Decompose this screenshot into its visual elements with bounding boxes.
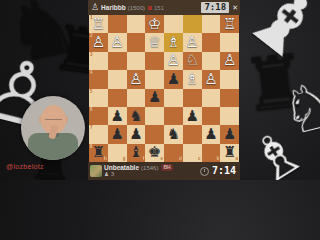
piece-white-pawn: ♙	[185, 35, 198, 50]
square-e4[interactable]	[145, 70, 164, 88]
piece-black-rook: ♜	[92, 145, 105, 160]
piece-black-pawn: ♟	[148, 90, 161, 105]
piece-black-pawn: ♟	[110, 108, 123, 123]
square-a5[interactable]	[220, 89, 239, 107]
piece-black-knight: ♞	[167, 126, 180, 141]
file-label-f: f	[143, 157, 145, 162]
top-player-bar: ♙ Haribbb (1500) 151 7:18 ✕	[88, 0, 240, 15]
square-e2[interactable]: ♕	[145, 33, 164, 51]
piece-white-pawn: ♙	[223, 53, 236, 68]
top-player-extra: 151	[154, 5, 164, 11]
piece-white-bishop: ♗	[185, 71, 198, 86]
square-a7[interactable]: ♟	[220, 125, 239, 143]
bottom-player-name: Unbeatable	[104, 164, 139, 171]
rank-label-4: 4	[90, 71, 93, 76]
square-c4[interactable]: ♗	[183, 70, 202, 88]
piece-white-pawn: ♙	[129, 71, 142, 86]
material-advantage: ♟ 3	[104, 172, 114, 178]
square-f1[interactable]	[127, 15, 146, 33]
piece-black-king: ♚	[148, 145, 161, 160]
square-b8[interactable]: b	[202, 144, 221, 162]
square-g3[interactable]	[108, 52, 127, 70]
square-a2[interactable]	[220, 33, 239, 51]
rank-label-7: 7	[90, 126, 93, 131]
square-g8[interactable]: g	[108, 144, 127, 162]
square-e6[interactable]	[145, 107, 164, 125]
file-label-g: g	[123, 157, 126, 162]
square-b2[interactable]	[202, 33, 221, 51]
top-player-clock: 7:18	[201, 2, 229, 13]
square-e5[interactable]: ♟	[145, 89, 164, 107]
webcam-glasses	[45, 116, 62, 120]
white-piece-icon: ♙	[91, 3, 99, 12]
square-b4[interactable]: ♙	[202, 70, 221, 88]
avatar	[90, 165, 102, 177]
piece-white-rook: ♖	[92, 16, 105, 31]
square-h8[interactable]: 8h♜	[89, 144, 108, 162]
piece-black-bishop: ♝	[129, 145, 142, 160]
square-g1[interactable]	[108, 15, 127, 33]
square-d3[interactable]: ♙	[164, 52, 183, 70]
piece-white-pawn: ♙	[204, 71, 217, 86]
square-c7[interactable]	[183, 125, 202, 143]
square-c5[interactable]	[183, 89, 202, 107]
square-d2[interactable]: ♗	[164, 33, 183, 51]
top-player-name: Haribbb	[101, 4, 126, 11]
rank-label-5: 5	[90, 90, 93, 95]
piece-white-pawn: ♙	[110, 35, 123, 50]
piece-black-knight: ♞	[129, 108, 142, 123]
piece-white-pawn: ♙	[167, 53, 180, 68]
square-c1[interactable]	[183, 15, 202, 33]
square-h5[interactable]: 5	[89, 89, 108, 107]
top-player-rating: (1500)	[128, 5, 145, 11]
square-d8[interactable]: d	[164, 144, 183, 162]
piece-white-queen: ♕	[148, 35, 161, 50]
piece-black-pawn: ♟	[204, 126, 217, 141]
piece-white-king: ♔	[148, 16, 161, 31]
square-d6[interactable]	[164, 107, 183, 125]
file-label-c: c	[198, 157, 201, 162]
square-f6[interactable]: ♞	[127, 107, 146, 125]
square-d4[interactable]: ♟	[164, 70, 183, 88]
bottom-player-bar: Unbeatable (1546) BH ♟ 3 7:14	[88, 162, 240, 180]
square-b5[interactable]	[202, 89, 221, 107]
square-a1[interactable]: ♖	[220, 15, 239, 33]
stream-watermark: @lozbelotz	[6, 163, 44, 170]
square-b6[interactable]	[202, 107, 221, 125]
piece-black-pawn: ♟	[110, 126, 123, 141]
piece-white-knight: ♘	[185, 53, 198, 68]
player-badge: BH	[161, 164, 172, 171]
board: 1♖♔♖2♙♙♕♗♙3♙♘♙4♙♟♗♙5♟6♟♞♟7♟♟♞♟♟8h♜gf♝e♚d…	[89, 15, 239, 162]
square-a4[interactable]	[220, 70, 239, 88]
square-g2[interactable]: ♙	[108, 33, 127, 51]
piece-black-rook: ♜	[223, 145, 236, 160]
square-e1[interactable]: ♔	[145, 15, 164, 33]
square-e3[interactable]	[145, 52, 164, 70]
square-h2[interactable]: 2♙	[89, 33, 108, 51]
square-a6[interactable]	[220, 107, 239, 125]
square-f4[interactable]: ♙	[127, 70, 146, 88]
square-h6[interactable]: 6	[89, 107, 108, 125]
square-b1[interactable]	[202, 15, 221, 33]
square-f3[interactable]	[127, 52, 146, 70]
clock-icon	[200, 167, 209, 176]
close-icon[interactable]: ✕	[232, 4, 238, 11]
square-c6[interactable]: ♟	[183, 107, 202, 125]
piece-black-pawn: ♟	[167, 71, 180, 86]
square-c3[interactable]: ♘	[183, 52, 202, 70]
square-g6[interactable]: ♟	[108, 107, 127, 125]
square-h3[interactable]: 3	[89, 52, 108, 70]
square-b3[interactable]	[202, 52, 221, 70]
piece-white-pawn: ♙	[92, 35, 105, 50]
square-h7[interactable]: 7	[89, 125, 108, 143]
bottom-player-rating: (1546)	[141, 165, 158, 171]
square-c2[interactable]: ♙	[183, 33, 202, 51]
square-f2[interactable]	[127, 33, 146, 51]
square-c8[interactable]: c	[183, 144, 202, 162]
square-f5[interactable]	[127, 89, 146, 107]
flag-icon	[148, 6, 152, 10]
chess-panel: ♙ Haribbb (1500) 151 7:18 ✕ 1♖♔♖2♙♙♕♗♙3♙…	[88, 0, 240, 180]
piece-black-pawn: ♟	[129, 126, 142, 141]
square-e8[interactable]: e♚	[145, 144, 164, 162]
piece-white-bishop: ♗	[167, 35, 180, 50]
file-label-d: d	[179, 157, 182, 162]
square-g4[interactable]	[108, 70, 127, 88]
square-e7[interactable]	[145, 125, 164, 143]
file-label-b: b	[217, 157, 220, 162]
square-d5[interactable]	[164, 89, 183, 107]
piece-black-pawn: ♟	[185, 108, 198, 123]
square-f7[interactable]: ♟	[127, 125, 146, 143]
square-a8[interactable]: a♜	[220, 144, 239, 162]
piece-white-rook: ♖	[223, 16, 236, 31]
piece-black-pawn: ♟	[223, 126, 236, 141]
square-g5[interactable]	[108, 89, 127, 107]
square-b7[interactable]: ♟	[202, 125, 221, 143]
square-a3[interactable]: ♙	[220, 52, 239, 70]
square-h1[interactable]: 1♖	[89, 15, 108, 33]
rank-label-6: 6	[90, 108, 93, 113]
square-f8[interactable]: f♝	[127, 144, 146, 162]
square-g7[interactable]: ♟	[108, 125, 127, 143]
square-h4[interactable]: 4	[89, 70, 108, 88]
bottom-player-clock: 7:14	[212, 166, 236, 176]
square-d7[interactable]: ♞	[164, 125, 183, 143]
webcam	[21, 96, 85, 160]
rank-label-3: 3	[90, 53, 93, 58]
square-d1[interactable]	[164, 15, 183, 33]
